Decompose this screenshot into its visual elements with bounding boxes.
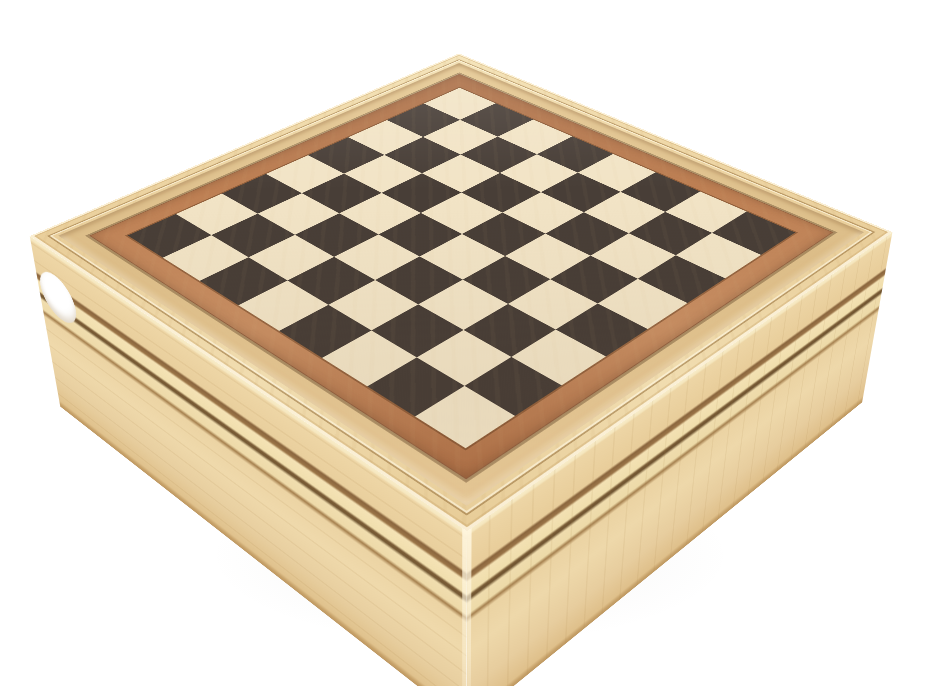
square-d2 <box>287 257 375 305</box>
square-h6 <box>638 255 725 303</box>
square-e1 <box>279 305 371 358</box>
square-e4 <box>420 234 505 280</box>
square-c1 <box>200 257 288 305</box>
square-g5 <box>550 256 637 304</box>
square-c2 <box>249 235 335 281</box>
square-h1 <box>415 386 515 448</box>
thumb-notch <box>36 263 79 333</box>
square-f5 <box>505 234 590 280</box>
square-h5 <box>598 279 688 329</box>
product-photo-scene <box>0 0 928 686</box>
square-g4 <box>508 279 598 329</box>
game-box-lid <box>30 53 893 531</box>
square-f3 <box>418 280 508 330</box>
square-e2 <box>328 280 418 330</box>
square-e3 <box>375 256 463 304</box>
square-f1 <box>322 330 417 386</box>
square-h4 <box>556 303 648 356</box>
square-g3 <box>464 304 556 357</box>
square-f4 <box>463 256 551 304</box>
square-g6 <box>590 233 675 279</box>
square-h3 <box>511 330 606 386</box>
square-h7 <box>676 233 761 278</box>
square-f2 <box>371 304 463 357</box>
square-g1 <box>367 357 464 416</box>
square-g2 <box>417 330 512 386</box>
